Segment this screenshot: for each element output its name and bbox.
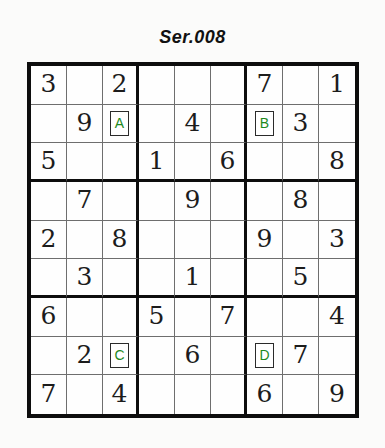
cell-r5c6 [211,221,247,260]
cell-r9c6 [211,375,247,414]
cell-r4c4 [139,182,175,221]
cell-r1c5 [175,66,211,105]
cell-r8c4 [139,337,175,376]
cell-r1c1: 3 [31,66,67,105]
cell-r9c2 [67,375,103,414]
cell-r2c6 [211,105,247,144]
cell-r3c6: 6 [211,143,247,182]
cell-r8c6 [211,337,247,376]
cell-r3c3 [103,143,139,182]
cell-r5c1: 2 [31,221,67,260]
puzzle-title: Ser.008 [0,27,385,48]
given-digit: 7 [293,342,309,367]
cell-r1c6 [211,66,247,105]
cell-r1c8 [283,66,319,105]
cell-r3c1: 5 [31,143,67,182]
given-digit: 7 [77,187,93,212]
cell-r8c1 [31,337,67,376]
given-digit: 3 [41,71,57,96]
letter-marker-box: C [110,343,129,368]
cell-r8c5: 6 [175,337,211,376]
given-digit: 8 [293,187,309,212]
cell-r2c2: 9 [67,105,103,144]
cell-r6c6 [211,259,247,298]
cell-r2c5: 4 [175,105,211,144]
given-digit: 5 [149,303,165,328]
cell-r9c4 [139,375,175,414]
given-digit: 4 [112,381,128,406]
letter-marker-box: D [255,343,274,368]
given-digit: 6 [185,342,201,367]
given-digit: 3 [293,110,309,135]
cell-r4c2: 7 [67,182,103,221]
letter-marker-c: C [114,348,124,362]
cell-r4c7 [247,182,283,221]
cell-r3c8 [283,143,319,182]
given-digit: 1 [329,71,345,96]
given-digit: 5 [293,264,309,289]
given-digit: 8 [329,148,345,173]
given-digit: 8 [112,226,128,251]
cell-r6c4 [139,259,175,298]
cell-r2c1 [31,105,67,144]
letter-marker-b: B [260,116,269,130]
cell-r1c4 [139,66,175,105]
given-digit: 9 [77,110,93,135]
cell-r6c9 [319,259,355,298]
cell-r5c5 [175,221,211,260]
cell-r2c7: B [247,105,283,144]
cell-r6c5: 1 [175,259,211,298]
cell-r4c8: 8 [283,182,319,221]
cell-r6c1 [31,259,67,298]
cell-r3c2 [67,143,103,182]
cell-r6c2: 3 [67,259,103,298]
cell-r1c2 [67,66,103,105]
cell-r9c8 [283,375,319,414]
cell-r9c3: 4 [103,375,139,414]
cell-r7c4: 5 [139,298,175,337]
given-digit: 9 [185,187,201,212]
sudoku-board: 32719A4B35168798289331565742C6D77469 [27,62,359,418]
cell-r7c9: 4 [319,298,355,337]
cell-r9c5 [175,375,211,414]
cell-r5c9: 3 [319,221,355,260]
letter-marker-a: A [115,116,124,130]
cell-r6c3 [103,259,139,298]
cell-r1c3: 2 [103,66,139,105]
given-digit: 4 [185,110,201,135]
cell-r5c3: 8 [103,221,139,260]
given-digit: 9 [257,226,273,251]
given-digit: 2 [77,342,93,367]
cell-r7c5 [175,298,211,337]
cell-r2c9 [319,105,355,144]
cell-r7c3 [103,298,139,337]
cell-r5c8 [283,221,319,260]
cell-r8c7: D [247,337,283,376]
cell-r7c6: 7 [211,298,247,337]
cell-r9c9: 9 [319,375,355,414]
cell-r5c2 [67,221,103,260]
letter-marker-box: A [110,111,129,136]
cell-r7c7 [247,298,283,337]
cell-r4c6 [211,182,247,221]
cell-r4c5: 9 [175,182,211,221]
cell-r1c9: 1 [319,66,355,105]
cell-r3c5 [175,143,211,182]
given-digit: 6 [220,148,236,173]
given-digit: 2 [112,71,128,96]
cell-r2c4 [139,105,175,144]
cell-r7c2 [67,298,103,337]
given-digit: 2 [41,226,57,251]
cell-r4c3 [103,182,139,221]
cell-r3c4: 1 [139,143,175,182]
cell-r9c1: 7 [31,375,67,414]
cell-r7c8 [283,298,319,337]
given-digit: 3 [329,226,345,251]
cell-r8c8: 7 [283,337,319,376]
cell-r3c9: 8 [319,143,355,182]
cell-r7c1: 6 [31,298,67,337]
cell-r6c8: 5 [283,259,319,298]
given-digit: 3 [77,264,93,289]
given-digit: 1 [185,264,201,289]
cell-r2c3: A [103,105,139,144]
cell-r4c9 [319,182,355,221]
cell-r3c7 [247,143,283,182]
cell-r5c7: 9 [247,221,283,260]
cell-r6c7 [247,259,283,298]
cell-r8c3: C [103,337,139,376]
cell-r9c7: 6 [247,375,283,414]
given-digit: 6 [41,303,57,328]
given-digit: 6 [257,381,273,406]
letter-marker-d: D [259,348,269,362]
cell-r4c1 [31,182,67,221]
cell-r1c7: 7 [247,66,283,105]
cell-r5c4 [139,221,175,260]
given-digit: 1 [149,148,165,173]
cell-r8c2: 2 [67,337,103,376]
cell-r8c9 [319,337,355,376]
given-digit: 7 [220,303,236,328]
letter-marker-box: B [255,111,274,136]
given-digit: 5 [41,148,57,173]
given-digit: 9 [329,381,345,406]
given-digit: 7 [41,381,57,406]
cell-r2c8: 3 [283,105,319,144]
given-digit: 7 [257,71,273,96]
given-digit: 4 [329,303,345,328]
